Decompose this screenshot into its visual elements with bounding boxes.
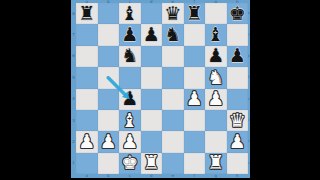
piece-black-rook: ♜ (78, 4, 95, 24)
square-a2[interactable]: ♟ (76, 131, 98, 152)
piece-white-pawn: ♟ (186, 89, 203, 109)
coord-label: 8 (248, 3, 250, 24)
square-c3[interactable]: ♝ (119, 110, 141, 131)
coord-label: e (162, 174, 184, 178)
square-e1[interactable] (162, 153, 184, 174)
square-e8[interactable]: ♛ (162, 3, 184, 24)
square-a3[interactable] (76, 110, 98, 131)
square-a1[interactable] (76, 153, 98, 174)
rank-labels-right: 87654321 (248, 3, 250, 174)
square-e3[interactable] (162, 110, 184, 131)
square-c8[interactable]: ♝ (119, 3, 141, 24)
square-c5[interactable] (119, 67, 141, 88)
square-b7[interactable] (98, 24, 120, 45)
piece-white-bishop: ♝ (121, 111, 138, 131)
piece-white-pawn: ♟ (100, 132, 117, 152)
square-d4[interactable] (141, 89, 163, 110)
square-h3[interactable]: ♛ (227, 110, 249, 131)
square-h8[interactable]: ♚ (227, 3, 249, 24)
piece-black-queen: ♛ (164, 4, 181, 24)
piece-black-pawn: ♟ (121, 25, 138, 45)
coord-label: c (119, 174, 141, 178)
square-b4[interactable] (98, 89, 120, 110)
coord-label: 2 (248, 131, 250, 152)
board-squares: ♜♝♛♜♚♟♟♞♝♞♟♟♞♟♟♟♝♛♟♟♟♟♚♜♜ (76, 3, 248, 174)
square-d1[interactable]: ♜ (141, 153, 163, 174)
coord-label: 5 (248, 67, 250, 88)
square-b2[interactable]: ♟ (98, 131, 120, 152)
square-c1[interactable]: ♚ (119, 153, 141, 174)
square-h6[interactable]: ♟ (227, 46, 249, 67)
square-a8[interactable]: ♜ (76, 3, 98, 24)
square-f8[interactable]: ♜ (184, 3, 206, 24)
file-labels-bottom: abcdefgh (76, 174, 248, 178)
piece-white-pawn: ♟ (78, 132, 95, 152)
coord-label: 1 (248, 153, 250, 174)
square-f3[interactable] (184, 110, 206, 131)
square-b5[interactable] (98, 67, 120, 88)
square-e7[interactable]: ♞ (162, 24, 184, 45)
square-e2[interactable] (162, 131, 184, 152)
piece-black-rook: ♜ (186, 4, 203, 24)
square-d3[interactable] (141, 110, 163, 131)
square-f2[interactable] (184, 131, 206, 152)
square-h2[interactable]: ♟ (227, 131, 249, 152)
letterboxed-stage: abcdefgh abcdefgh 87654321 87654321 ♜♝♛♜… (0, 0, 320, 180)
square-e4[interactable] (162, 89, 184, 110)
chess-board: abcdefgh abcdefgh 87654321 87654321 ♜♝♛♜… (71, 0, 250, 178)
square-a7[interactable] (76, 24, 98, 45)
square-h4[interactable] (227, 89, 249, 110)
coord-label: d (141, 174, 163, 178)
square-f7[interactable] (184, 24, 206, 45)
piece-white-rook: ♜ (207, 153, 224, 173)
square-c4[interactable]: ♟ (119, 89, 141, 110)
square-f6[interactable] (184, 46, 206, 67)
square-f4[interactable]: ♟ (184, 89, 206, 110)
square-a6[interactable] (76, 46, 98, 67)
square-g2[interactable] (205, 131, 227, 152)
square-b8[interactable] (98, 3, 120, 24)
square-d8[interactable] (141, 3, 163, 24)
piece-black-bishop: ♝ (207, 25, 224, 45)
square-g7[interactable]: ♝ (205, 24, 227, 45)
piece-black-pawn: ♟ (229, 46, 246, 66)
square-e5[interactable] (162, 67, 184, 88)
coord-label: b (98, 174, 120, 178)
piece-black-pawn: ♟ (121, 89, 138, 109)
piece-white-pawn: ♟ (229, 132, 246, 152)
piece-black-knight: ♞ (164, 25, 181, 45)
coord-label: 6 (248, 46, 250, 67)
square-g4[interactable]: ♟ (205, 89, 227, 110)
square-g5[interactable]: ♞ (205, 67, 227, 88)
piece-black-pawn: ♟ (143, 25, 160, 45)
square-b6[interactable] (98, 46, 120, 67)
coord-label: a (76, 174, 98, 178)
square-a4[interactable] (76, 89, 98, 110)
square-g3[interactable] (205, 110, 227, 131)
square-g8[interactable] (205, 3, 227, 24)
piece-white-rook: ♜ (143, 153, 160, 173)
square-b1[interactable] (98, 153, 120, 174)
square-b3[interactable] (98, 110, 120, 131)
coord-label: 7 (248, 24, 250, 45)
coord-label: 3 (248, 110, 250, 131)
coord-label: f (184, 174, 206, 178)
square-g1[interactable]: ♜ (205, 153, 227, 174)
piece-white-pawn: ♟ (121, 132, 138, 152)
coord-label: h (227, 174, 249, 178)
square-f5[interactable] (184, 67, 206, 88)
piece-black-pawn: ♟ (207, 46, 224, 66)
piece-black-bishop: ♝ (121, 4, 138, 24)
piece-white-queen: ♛ (229, 111, 246, 131)
square-d6[interactable] (141, 46, 163, 67)
square-h5[interactable] (227, 67, 249, 88)
coord-label: 4 (248, 89, 250, 110)
square-f1[interactable] (184, 153, 206, 174)
square-c2[interactable]: ♟ (119, 131, 141, 152)
square-c7[interactable]: ♟ (119, 24, 141, 45)
piece-black-knight: ♞ (121, 46, 138, 66)
square-g6[interactable]: ♟ (205, 46, 227, 67)
square-d2[interactable] (141, 131, 163, 152)
square-h7[interactable] (227, 24, 249, 45)
square-d5[interactable] (141, 67, 163, 88)
piece-white-pawn: ♟ (207, 89, 224, 109)
piece-white-king: ♚ (121, 153, 138, 173)
piece-black-king: ♚ (229, 4, 246, 24)
coord-label: g (205, 174, 227, 178)
piece-white-knight: ♞ (207, 68, 224, 88)
square-h1[interactable] (227, 153, 249, 174)
square-c6[interactable]: ♞ (119, 46, 141, 67)
square-d7[interactable]: ♟ (141, 24, 163, 45)
square-a5[interactable] (76, 67, 98, 88)
square-e6[interactable] (162, 46, 184, 67)
